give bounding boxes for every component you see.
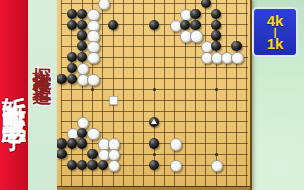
board-bottom-edge [57,186,250,190]
white-stone [108,160,120,172]
white-stone [87,128,99,140]
black-stone [190,20,200,30]
black-stone [201,0,211,8]
black-stone [77,138,87,148]
black-stone [77,41,87,51]
black-stone [67,160,77,170]
black-stone [149,20,159,30]
star-point [215,153,218,156]
grid-line [164,0,165,190]
black-stone [149,138,159,148]
square-marker [109,96,118,105]
white-stone [211,160,223,172]
grid-line [205,0,206,190]
star-point [153,88,156,91]
black-stone [231,41,241,51]
grid-line [61,100,248,101]
inner-strip-text: 探索棋之正道 [31,52,54,76]
black-stone [77,52,87,62]
black-stone [67,63,77,73]
black-stone [77,160,87,170]
white-stone [170,138,182,150]
grid-line [133,0,134,190]
white-stone [87,74,99,86]
left-red-banner: 斩断实战恶手 [0,0,28,190]
black-stone [108,20,118,30]
black-stone [98,160,108,170]
white-stone [98,0,110,10]
black-stone [149,160,159,170]
black-stone [77,128,87,138]
black-stone [211,20,221,30]
white-stone [170,160,182,172]
black-stone [77,9,87,19]
grid-line [246,0,247,190]
grid-line [61,0,62,190]
black-stone [180,20,190,30]
black-stone [77,20,87,30]
go-board[interactable] [57,0,252,190]
black-stone [211,30,221,40]
white-stone [190,30,202,42]
black-stone [87,149,97,159]
grid-line [143,0,144,190]
left-banner-text: 斩断实战恶手 [0,77,28,113]
last-move-triangle-marker [151,119,157,124]
thumbnail-stage: 斩断实战恶手 探索棋之正道 4k | 1k [0,0,304,190]
black-stone [190,9,200,19]
rank-badge: 4k | 1k [252,7,298,57]
white-stone [87,52,99,64]
grid-line [123,0,124,190]
grid-line [61,111,248,112]
rank-badge-bottom: 1k [267,37,284,51]
grid-line [226,0,227,190]
grid-line [236,0,237,190]
black-stone [57,138,67,148]
white-stone [231,52,243,64]
black-stone [211,41,221,51]
black-stone [57,149,67,159]
grid-line [61,67,248,68]
star-point [215,88,218,91]
black-stone [67,9,77,19]
black-stone [67,138,77,148]
black-stone [77,30,87,40]
inner-green-strip: 探索棋之正道 [28,0,57,190]
black-stone [57,74,67,84]
star-point [91,88,94,91]
black-stone [211,9,221,19]
grid-line [61,3,248,4]
black-stone [87,160,97,170]
star-point [153,153,156,156]
black-stone [67,52,77,62]
black-stone [67,74,77,84]
black-stone [67,20,77,30]
grid-line [61,175,248,176]
